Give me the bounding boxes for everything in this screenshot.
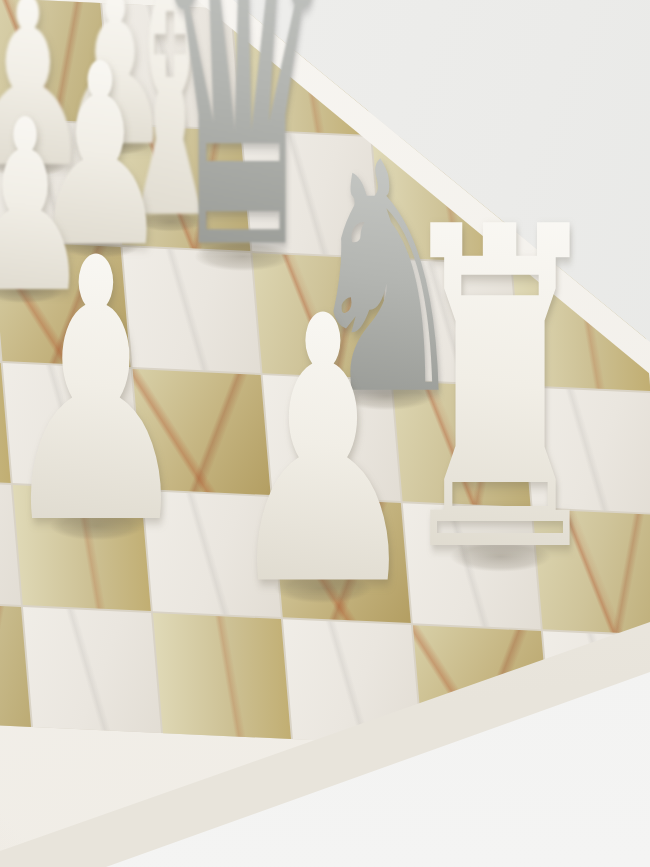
board-slab xyxy=(0,0,650,867)
square-e4 xyxy=(122,247,260,373)
square-d4 xyxy=(0,241,131,367)
square-f2 xyxy=(273,497,411,623)
square-d6 xyxy=(0,0,110,123)
square-d1 xyxy=(23,607,161,733)
square-e2 xyxy=(143,491,281,617)
square-e1 xyxy=(153,613,291,739)
square-g2 xyxy=(403,503,541,629)
square-g5 xyxy=(372,137,510,263)
square-f3 xyxy=(263,375,401,501)
square-f6 xyxy=(232,9,370,135)
square-h4 xyxy=(512,265,650,391)
square-h3 xyxy=(523,387,650,513)
square-f5 xyxy=(242,131,380,257)
square-h5 xyxy=(502,143,640,269)
square-g6 xyxy=(362,15,500,141)
square-d5 xyxy=(0,119,120,245)
square-h6 xyxy=(492,21,630,147)
square-e5 xyxy=(112,125,250,251)
chess-board-grid xyxy=(0,0,650,757)
square-e6 xyxy=(102,3,240,129)
square-d3 xyxy=(3,363,141,489)
square-d2 xyxy=(13,485,151,611)
square-f4 xyxy=(252,253,390,379)
square-h1 xyxy=(543,631,650,757)
product-photo-chess-set: ♟♟♝♟♛♟♞♟♜♟ xyxy=(0,0,650,867)
square-g1 xyxy=(413,625,551,751)
square-e3 xyxy=(133,369,271,495)
square-g3 xyxy=(393,381,531,507)
square-f1 xyxy=(283,619,421,745)
square-g4 xyxy=(382,259,520,385)
square-h2 xyxy=(533,509,650,635)
